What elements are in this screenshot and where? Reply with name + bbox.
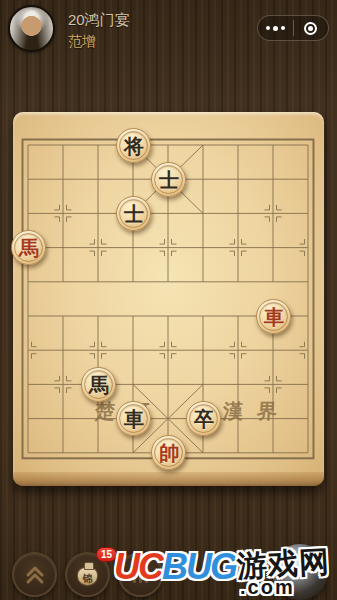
player-avatar[interactable] [8,5,55,52]
more-dot-icon [281,26,285,30]
bag-character: 锦 [83,573,93,584]
level-title: 20鸿门宴 [68,11,130,30]
chevron-up-icon [23,563,47,587]
more-dot-icon [266,26,270,30]
miniprogram-capsule [257,15,329,41]
player-name: 范增 [68,33,96,51]
piece-character: 士 [152,163,187,198]
money-bag-icon: 锦 [77,567,98,586]
piece-character: 卒 [187,402,222,437]
exit-button[interactable] [294,16,329,40]
exit-circle-icon [304,22,317,35]
scroll-icon [133,567,148,583]
piece-black-c4-r1[interactable]: 士 [151,162,186,197]
piece-character: 士 [117,197,152,232]
piece-character: 車 [257,300,292,335]
piece-character: 馬 [82,368,117,403]
piece-character: 馬 [12,231,47,266]
piece-red-c7-r5[interactable]: 車 [256,299,291,334]
piece-black-c5-r8[interactable]: 卒 [186,401,221,436]
piece-black-c2-r7[interactable]: 馬 [81,367,116,402]
scroll-tool-button[interactable] [118,552,163,597]
piece-red-c4-r9[interactable]: 帥 [151,435,186,470]
piece-black-c3-r2[interactable]: 士 [116,196,151,231]
dark-sphere-decoration [272,544,328,600]
app-screen: 20鸿门宴 范增 楚河 漢界 将士士馬車馬車卒帥 锦 15 UCBUG 游戏网 [0,0,337,600]
bag-count-badge: 15 [96,547,117,562]
piece-character: 帥 [152,436,187,471]
piece-character: 車 [117,402,152,437]
piece-black-c3-r8[interactable]: 車 [116,401,151,436]
expand-menu-button[interactable] [12,552,57,597]
more-options-button[interactable] [258,16,293,40]
piece-black-c3-r0[interactable]: 将 [116,128,151,163]
more-dot-icon [273,26,278,31]
piece-character: 将 [117,129,152,164]
piece-red-c0-r3[interactable]: 馬 [11,230,46,265]
